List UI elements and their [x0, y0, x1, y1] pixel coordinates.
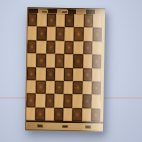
folding-chess-board — [25, 7, 105, 131]
dark-square — [92, 55, 101, 69]
dark-square — [82, 68, 91, 82]
light-square — [55, 67, 64, 81]
light-square — [82, 108, 91, 122]
light-square — [54, 94, 63, 108]
light-square — [63, 108, 72, 122]
photo-backdrop — [0, 0, 142, 142]
dark-square — [83, 41, 92, 55]
light-square — [37, 14, 46, 28]
light-square — [74, 41, 83, 55]
dark-square — [54, 81, 63, 95]
light-square — [83, 54, 92, 68]
light-square — [92, 41, 101, 55]
dark-square — [55, 54, 64, 68]
dark-square — [26, 94, 35, 108]
light-square — [26, 107, 35, 121]
light-square — [82, 81, 91, 95]
dark-square — [65, 14, 74, 28]
light-square — [64, 81, 73, 95]
dark-square — [91, 108, 100, 122]
light-square — [45, 107, 54, 121]
light-square — [28, 27, 37, 41]
light-square — [46, 54, 55, 68]
dark-square — [36, 80, 45, 94]
dark-square — [55, 27, 64, 41]
clasp — [37, 125, 43, 128]
dark-square — [27, 40, 36, 54]
bottom-edge — [26, 122, 103, 131]
light-square — [55, 41, 64, 55]
dark-square — [45, 67, 54, 81]
dark-square — [28, 13, 37, 27]
dark-square — [91, 81, 100, 95]
dark-square — [45, 94, 54, 108]
dark-square — [46, 14, 55, 28]
dark-square — [46, 40, 55, 54]
light-square — [27, 80, 36, 94]
dark-square — [72, 108, 81, 122]
light-square — [73, 94, 82, 108]
dark-square — [74, 28, 83, 42]
dark-square — [73, 81, 82, 95]
dark-square — [35, 107, 44, 121]
light-square — [36, 94, 45, 108]
light-square — [93, 14, 102, 28]
light-square — [46, 27, 55, 41]
clasp — [62, 125, 68, 128]
dark-square — [92, 28, 101, 42]
light-square — [64, 54, 73, 68]
dark-square — [27, 67, 36, 81]
dark-square — [54, 107, 63, 121]
light-square — [83, 28, 92, 42]
dark-square — [64, 67, 73, 81]
clasp — [85, 125, 91, 128]
dark-square — [82, 95, 91, 109]
light-square — [27, 53, 36, 67]
dark-square — [63, 94, 72, 108]
light-square — [73, 68, 82, 82]
light-square — [91, 95, 100, 109]
light-square — [74, 14, 83, 28]
dark-square — [83, 14, 92, 28]
chess-squares-grid — [26, 13, 102, 121]
light-square — [56, 14, 65, 28]
light-square — [92, 68, 101, 82]
light-square — [36, 67, 45, 81]
dark-square — [64, 41, 73, 55]
dark-square — [36, 54, 45, 68]
light-square — [45, 81, 54, 95]
light-square — [37, 40, 46, 54]
light-square — [65, 27, 74, 41]
dark-square — [37, 27, 46, 41]
dark-square — [73, 54, 82, 68]
